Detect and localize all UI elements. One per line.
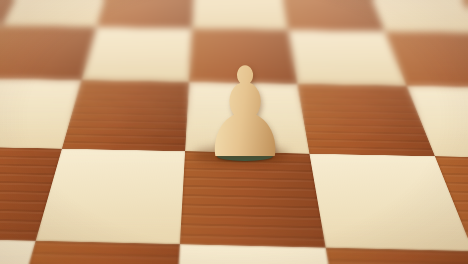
chessboard-photo: ♟: [0, 0, 468, 264]
square-d5: [81, 27, 192, 82]
white-pawn-icon: ♟: [200, 51, 291, 175]
square-c6: [2, 0, 109, 27]
square-d3: [36, 149, 185, 244]
square-g6: [367, 0, 468, 33]
square-f6: [281, 0, 385, 31]
square-e6: [192, 0, 288, 30]
square-f2: [326, 248, 468, 264]
square-c5: [0, 26, 97, 81]
square-d4: [62, 80, 189, 151]
square-d6: [97, 0, 195, 28]
